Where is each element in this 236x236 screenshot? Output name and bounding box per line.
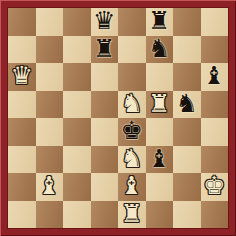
square-b6[interactable] <box>36 63 64 91</box>
square-f2[interactable] <box>146 173 174 201</box>
square-a1[interactable] <box>8 201 36 229</box>
square-h2[interactable]: ♚ <box>201 173 229 201</box>
square-a6[interactable]: ♛ <box>8 63 36 91</box>
square-a4[interactable] <box>8 118 36 146</box>
square-c2[interactable] <box>63 173 91 201</box>
square-d6[interactable] <box>91 63 119 91</box>
square-b4[interactable] <box>36 118 64 146</box>
square-h4[interactable] <box>201 118 229 146</box>
black-rook: ♜ <box>93 36 115 61</box>
black-rook: ♜ <box>148 8 170 33</box>
black-bishop: ♝ <box>203 63 225 88</box>
chessboard-frame: ♛♜♜♞♛♝♞♜♞♚♞♝♝♝♚♜ <box>0 0 236 236</box>
white-knight: ♞ <box>121 91 143 116</box>
square-b2[interactable]: ♝ <box>36 173 64 201</box>
square-d4[interactable] <box>91 118 119 146</box>
square-f1[interactable] <box>146 201 174 229</box>
white-rook: ♜ <box>148 91 170 116</box>
square-a7[interactable] <box>8 36 36 64</box>
white-knight: ♞ <box>121 146 143 171</box>
square-g1[interactable] <box>173 201 201 229</box>
white-queen: ♛ <box>11 63 33 88</box>
square-d3[interactable] <box>91 146 119 174</box>
square-e3[interactable]: ♞ <box>118 146 146 174</box>
square-h1[interactable] <box>201 201 229 229</box>
square-h3[interactable] <box>201 146 229 174</box>
square-c7[interactable] <box>63 36 91 64</box>
square-a3[interactable] <box>8 146 36 174</box>
square-e2[interactable]: ♝ <box>118 173 146 201</box>
square-b5[interactable] <box>36 91 64 119</box>
square-c5[interactable] <box>63 91 91 119</box>
black-knight: ♞ <box>148 36 170 61</box>
square-d2[interactable] <box>91 173 119 201</box>
square-a5[interactable] <box>8 91 36 119</box>
square-h5[interactable] <box>201 91 229 119</box>
square-e5[interactable]: ♞ <box>118 91 146 119</box>
square-h6[interactable]: ♝ <box>201 63 229 91</box>
square-c8[interactable] <box>63 8 91 36</box>
square-c3[interactable] <box>63 146 91 174</box>
square-c6[interactable] <box>63 63 91 91</box>
square-e8[interactable] <box>118 8 146 36</box>
white-bishop: ♝ <box>38 173 60 198</box>
square-g2[interactable] <box>173 173 201 201</box>
black-queen: ♛ <box>93 8 115 33</box>
black-bishop: ♝ <box>148 146 170 171</box>
square-d1[interactable] <box>91 201 119 229</box>
square-e4[interactable]: ♚ <box>118 118 146 146</box>
square-g8[interactable] <box>173 8 201 36</box>
square-b7[interactable] <box>36 36 64 64</box>
square-e7[interactable] <box>118 36 146 64</box>
square-e6[interactable] <box>118 63 146 91</box>
square-a2[interactable] <box>8 173 36 201</box>
chessboard: ♛♜♜♞♛♝♞♜♞♚♞♝♝♝♚♜ <box>8 8 228 228</box>
square-c4[interactable] <box>63 118 91 146</box>
square-h7[interactable] <box>201 36 229 64</box>
black-king: ♚ <box>121 118 143 143</box>
square-b1[interactable] <box>36 201 64 229</box>
square-d8[interactable]: ♛ <box>91 8 119 36</box>
square-h8[interactable] <box>201 8 229 36</box>
square-b3[interactable] <box>36 146 64 174</box>
square-f8[interactable]: ♜ <box>146 8 174 36</box>
square-g6[interactable] <box>173 63 201 91</box>
white-bishop: ♝ <box>121 173 143 198</box>
square-b8[interactable] <box>36 8 64 36</box>
square-f4[interactable] <box>146 118 174 146</box>
square-c1[interactable] <box>63 201 91 229</box>
square-f6[interactable] <box>146 63 174 91</box>
square-d7[interactable]: ♜ <box>91 36 119 64</box>
square-g5[interactable]: ♞ <box>173 91 201 119</box>
black-knight: ♞ <box>176 91 198 116</box>
square-g4[interactable] <box>173 118 201 146</box>
white-king: ♚ <box>203 173 225 198</box>
square-f3[interactable]: ♝ <box>146 146 174 174</box>
square-f5[interactable]: ♜ <box>146 91 174 119</box>
white-rook: ♜ <box>121 201 143 226</box>
square-d5[interactable] <box>91 91 119 119</box>
square-g3[interactable] <box>173 146 201 174</box>
square-e1[interactable]: ♜ <box>118 201 146 229</box>
square-a8[interactable] <box>8 8 36 36</box>
square-g7[interactable] <box>173 36 201 64</box>
square-f7[interactable]: ♞ <box>146 36 174 64</box>
